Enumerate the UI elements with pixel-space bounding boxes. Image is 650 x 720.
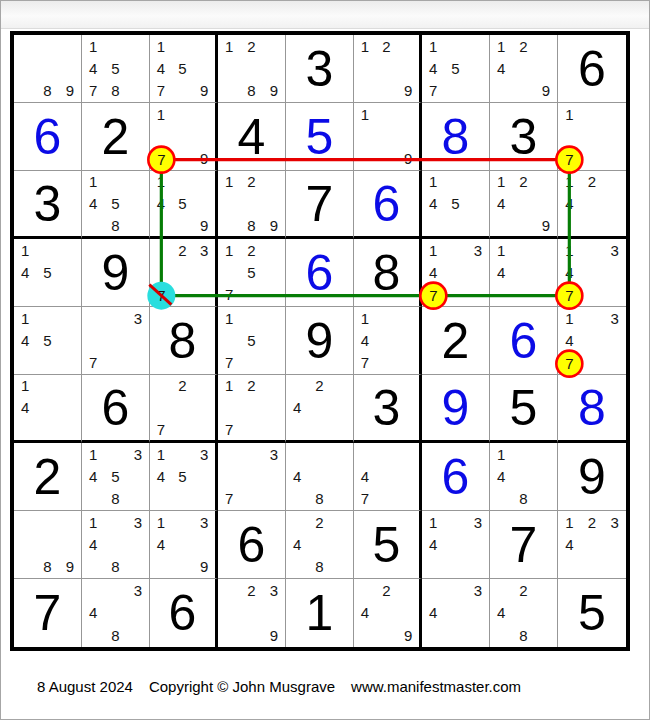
candidate-9: 9	[59, 556, 81, 578]
given-digit: 8	[150, 307, 215, 374]
candidate-4: 4	[422, 57, 444, 79]
candidate-8: 8	[308, 556, 330, 578]
footer-site-url: www.manifestmaster.com	[351, 678, 521, 695]
candidate-1: 1	[558, 171, 581, 193]
candidate-8: 8	[512, 488, 534, 510]
footer-date: 8 August 2024	[37, 678, 133, 695]
candidate-1: 1	[218, 307, 240, 329]
candidates: 237	[150, 239, 215, 306]
candidate-9: 9	[263, 624, 285, 647]
given-digit: 2	[82, 103, 149, 170]
cell-r7c8: 148	[490, 443, 558, 511]
candidate-1: 1	[558, 307, 581, 329]
cell-r9c4: 239	[218, 579, 286, 647]
candidate-4: 4	[14, 261, 36, 283]
candidate-9: 9	[535, 80, 557, 102]
candidates: 48	[286, 443, 353, 510]
candidate-7: 7	[218, 284, 240, 306]
candidate-4: 4	[422, 602, 444, 625]
candidate-3: 3	[127, 511, 149, 533]
cell-r8c9: 1234	[558, 511, 626, 579]
candidate-5: 5	[36, 329, 58, 351]
candidates: 1289	[218, 35, 285, 102]
cell-r3c1: 3	[14, 171, 82, 239]
candidate-8: 8	[36, 80, 58, 102]
candidates: 1347	[422, 239, 489, 306]
candidate-2: 2	[581, 171, 604, 193]
candidates: 1249	[490, 35, 557, 102]
window-titlebar	[1, 1, 649, 29]
candidate-5: 5	[172, 57, 194, 79]
candidate-4: 4	[490, 602, 512, 625]
cell-r8c5: 248	[286, 511, 354, 579]
candidates: 145	[14, 307, 81, 374]
candidate-7: 7	[82, 352, 104, 374]
cell-r9c1: 7	[14, 579, 82, 647]
candidate-4: 4	[490, 57, 512, 79]
cell-r1c4: 1289	[218, 35, 286, 103]
cell-r1c6: 129	[354, 35, 422, 103]
given-digit: 3	[286, 35, 353, 102]
candidates: 249	[354, 579, 419, 647]
candidate-2: 2	[512, 35, 534, 57]
candidate-5: 5	[240, 261, 262, 283]
cell-r8c1: 89	[14, 511, 82, 579]
cell-r6c2: 6	[82, 375, 150, 443]
given-digit: 9	[82, 239, 149, 306]
candidate-4: 4	[150, 193, 172, 215]
cell-r9c3: 6	[150, 579, 218, 647]
cell-r7c9: 9	[558, 443, 626, 511]
given-digit: 9	[558, 443, 626, 510]
candidates: 27	[150, 375, 215, 440]
given-digit: 6	[558, 35, 626, 102]
candidates: 1347	[558, 307, 626, 374]
cell-r7c3: 1345	[150, 443, 218, 511]
candidate-4: 4	[82, 193, 104, 215]
given-digit: 6	[82, 375, 149, 440]
candidates: 348	[82, 579, 149, 647]
candidates: 47	[354, 443, 419, 510]
candidate-4: 4	[558, 329, 581, 351]
cell-r4c3: 237	[150, 239, 218, 307]
cell-r1c5: 3	[286, 35, 354, 103]
cell-r1c2: 14578	[82, 35, 150, 103]
cell-r5c7: 2	[422, 307, 490, 375]
candidate-7: 7	[218, 352, 240, 374]
candidates: 1459	[150, 171, 215, 236]
candidate-1: 1	[14, 375, 36, 397]
candidate-4: 4	[490, 465, 512, 487]
candidates: 148	[490, 443, 557, 510]
candidate-4: 4	[354, 602, 376, 625]
candidate-1: 1	[14, 307, 36, 329]
candidate-4: 4	[354, 329, 376, 351]
given-digit: 7	[14, 579, 81, 647]
candidate-9: 9	[397, 148, 419, 170]
candidate-4: 4	[354, 465, 376, 487]
candidate-4: 4	[82, 465, 104, 487]
candidate-1: 1	[218, 239, 240, 261]
candidate-1: 1	[14, 239, 36, 261]
candidate-2: 2	[308, 375, 330, 397]
candidates: 34	[422, 579, 489, 647]
cell-r4c2: 9	[82, 239, 150, 307]
given-digit: 5	[558, 579, 626, 647]
candidate-5: 5	[444, 57, 466, 79]
candidate-9: 9	[397, 624, 419, 647]
cell-r3c6: 6	[354, 171, 422, 239]
cell-r6c4: 127	[218, 375, 286, 443]
candidates: 124	[558, 171, 626, 236]
candidate-4: 4	[150, 465, 172, 487]
cell-r2c7: 8	[422, 103, 490, 171]
candidates: 37	[82, 307, 149, 374]
cell-r3c5: 7	[286, 171, 354, 239]
cell-r2c3: 179	[150, 103, 218, 171]
page: 8914578145791289312914571249662179451983…	[0, 0, 650, 720]
candidate-1: 1	[558, 511, 581, 533]
candidate-8: 8	[104, 488, 126, 510]
candidate-3: 3	[127, 579, 149, 602]
candidates: 129	[354, 35, 419, 102]
candidates: 248	[490, 579, 557, 647]
given-digit: 6	[218, 511, 285, 578]
candidates: 1349	[150, 511, 215, 578]
candidates: 145	[422, 171, 489, 236]
candidate-4: 4	[14, 329, 36, 351]
candidate-9: 9	[193, 80, 215, 102]
candidate-1: 1	[150, 511, 172, 533]
candidate-5: 5	[36, 261, 58, 283]
candidate-4: 4	[150, 533, 172, 555]
cell-r3c3: 1459	[150, 171, 218, 239]
candidate-1: 1	[150, 103, 172, 125]
cell-r6c1: 14	[14, 375, 82, 443]
candidate-2: 2	[240, 35, 262, 57]
cell-r6c5: 24	[286, 375, 354, 443]
candidate-7: 7	[82, 80, 104, 102]
cell-r1c7: 1457	[422, 35, 490, 103]
cell-r7c1: 2	[14, 443, 82, 511]
candidate-4: 4	[286, 533, 308, 555]
cell-r5c2: 37	[82, 307, 150, 375]
candidates: 1289	[218, 171, 285, 236]
candidate-2: 2	[512, 579, 534, 602]
candidate-3: 3	[263, 579, 285, 602]
cell-r1c9: 6	[558, 35, 626, 103]
cell-r9c8: 248	[490, 579, 558, 647]
cell-r1c1: 89	[14, 35, 82, 103]
candidate-1: 1	[490, 239, 512, 261]
candidate-1: 1	[422, 35, 444, 57]
candidate-1: 1	[422, 239, 444, 261]
candidate-5: 5	[104, 57, 126, 79]
candidate-1: 1	[82, 35, 104, 57]
candidate-7: 7	[558, 284, 581, 306]
candidate-2: 2	[512, 171, 534, 193]
candidate-5: 5	[104, 465, 126, 487]
cell-r5c6: 147	[354, 307, 422, 375]
candidates: 1457	[422, 35, 489, 102]
candidate-7: 7	[354, 488, 376, 510]
cell-r9c2: 348	[82, 579, 150, 647]
cell-r7c5: 48	[286, 443, 354, 511]
candidate-1: 1	[150, 443, 172, 465]
cell-r7c2: 13458	[82, 443, 150, 511]
candidate-4: 4	[82, 57, 104, 79]
cell-r6c7: 9	[422, 375, 490, 443]
candidate-3: 3	[193, 239, 215, 261]
candidates: 17	[558, 103, 626, 170]
candidate-2: 2	[172, 239, 194, 261]
candidate-3: 3	[467, 511, 489, 533]
candidate-1: 1	[82, 171, 104, 193]
candidate-1: 1	[558, 103, 581, 125]
candidate-2: 2	[172, 375, 194, 397]
candidates: 89	[14, 35, 81, 102]
candidate-7: 7	[218, 418, 240, 440]
candidate-3: 3	[193, 511, 215, 533]
candidate-4: 4	[286, 397, 308, 419]
candidate-9: 9	[263, 214, 285, 236]
candidates: 89	[14, 511, 81, 578]
candidate-8: 8	[240, 214, 262, 236]
candidates: 179	[150, 103, 215, 170]
cell-r9c6: 249	[354, 579, 422, 647]
footer: 8 August 2024 Copyright © John Musgrave …	[37, 678, 521, 695]
candidate-7: 7	[354, 352, 376, 374]
candidate-1: 1	[82, 443, 104, 465]
cell-r4c1: 145	[14, 239, 82, 307]
candidate-8: 8	[104, 624, 126, 647]
candidate-4: 4	[558, 261, 581, 283]
candidate-5: 5	[444, 193, 466, 215]
candidate-7: 7	[558, 352, 581, 374]
cell-r9c9: 5	[558, 579, 626, 647]
given-digit: 3	[490, 103, 557, 170]
cell-r4c7: 1347	[422, 239, 490, 307]
cell-r4c9: 1347	[558, 239, 626, 307]
given-digit: 2	[422, 307, 489, 374]
cell-r7c4: 37	[218, 443, 286, 511]
given-digit: 5	[354, 511, 419, 578]
given-digit: 3	[14, 171, 81, 236]
cell-r2c9: 17	[558, 103, 626, 171]
candidates: 157	[218, 307, 285, 374]
footer-copyright: Copyright © John Musgrave	[149, 678, 335, 695]
candidate-3: 3	[603, 511, 626, 533]
sudoku-board: 8914578145791289312914571249662179451983…	[10, 31, 630, 651]
candidate-3: 3	[127, 443, 149, 465]
candidate-4: 4	[82, 533, 104, 555]
candidate-8: 8	[512, 624, 534, 647]
candidate-1: 1	[82, 511, 104, 533]
cell-r8c6: 5	[354, 511, 422, 579]
candidates: 248	[286, 511, 353, 578]
cell-r3c9: 124	[558, 171, 626, 239]
cell-r5c4: 157	[218, 307, 286, 375]
candidate-5: 5	[172, 193, 194, 215]
cell-r3c2: 1458	[82, 171, 150, 239]
candidate-1: 1	[354, 307, 376, 329]
candidate-8: 8	[104, 80, 126, 102]
candidate-9: 9	[59, 80, 81, 102]
cell-r8c7: 134	[422, 511, 490, 579]
candidate-7: 7	[150, 418, 172, 440]
cell-r4c5: 6	[286, 239, 354, 307]
candidate-1: 1	[490, 171, 512, 193]
candidate-4: 4	[490, 193, 512, 215]
candidate-4: 4	[82, 602, 104, 625]
cell-r8c4: 6	[218, 511, 286, 579]
candidate-1: 1	[422, 171, 444, 193]
candidate-7: 7	[150, 148, 172, 170]
cell-r1c3: 14579	[150, 35, 218, 103]
cell-r3c8: 1249	[490, 171, 558, 239]
candidate-2: 2	[376, 579, 398, 602]
candidate-7: 7	[422, 80, 444, 102]
candidates: 14	[490, 239, 557, 306]
candidates: 134	[422, 511, 489, 578]
candidate-2: 2	[308, 511, 330, 533]
candidate-2: 2	[240, 375, 262, 397]
candidate-4: 4	[150, 57, 172, 79]
cell-r8c2: 1348	[82, 511, 150, 579]
candidate-2: 2	[240, 171, 262, 193]
cell-r2c8: 3	[490, 103, 558, 171]
solved-digit: 8	[422, 103, 489, 170]
cell-r5c1: 145	[14, 307, 82, 375]
candidate-7: 7	[150, 80, 172, 102]
candidate-3: 3	[127, 307, 149, 329]
cell-r1c8: 1249	[490, 35, 558, 103]
candidates: 147	[354, 307, 419, 374]
solved-digit: 6	[354, 171, 419, 236]
cell-r5c8: 6	[490, 307, 558, 375]
candidate-8: 8	[104, 214, 126, 236]
candidates: 1348	[82, 511, 149, 578]
cell-r6c9: 8	[558, 375, 626, 443]
given-digit: 7	[490, 511, 557, 578]
candidate-1: 1	[490, 443, 512, 465]
candidate-3: 3	[193, 443, 215, 465]
cell-r8c8: 7	[490, 511, 558, 579]
cell-r2c4: 4	[218, 103, 286, 171]
candidate-4: 4	[422, 261, 444, 283]
candidate-1: 1	[558, 239, 581, 261]
cell-r9c5: 1	[286, 579, 354, 647]
candidate-4: 4	[422, 533, 444, 555]
candidates: 145	[14, 239, 81, 306]
candidate-4: 4	[490, 261, 512, 283]
candidate-8: 8	[36, 556, 58, 578]
solved-digit: 9	[422, 375, 489, 440]
candidate-3: 3	[603, 239, 626, 261]
cell-r5c3: 8	[150, 307, 218, 375]
candidate-5: 5	[172, 465, 194, 487]
candidate-2: 2	[581, 511, 604, 533]
candidate-9: 9	[193, 556, 215, 578]
candidate-3: 3	[263, 443, 285, 465]
candidate-9: 9	[263, 80, 285, 102]
solved-digit: 6	[422, 443, 489, 510]
candidate-9: 9	[193, 214, 215, 236]
cell-r8c3: 1349	[150, 511, 218, 579]
candidates: 1234	[558, 511, 626, 578]
cell-r2c5: 5	[286, 103, 354, 171]
candidates: 19	[354, 103, 419, 170]
candidate-1: 1	[218, 171, 240, 193]
candidate-1: 1	[218, 35, 240, 57]
cell-r4c8: 14	[490, 239, 558, 307]
candidates: 14578	[82, 35, 149, 102]
candidate-1: 1	[490, 35, 512, 57]
candidate-4: 4	[14, 397, 36, 419]
candidate-9: 9	[193, 148, 215, 170]
solved-digit: 6	[286, 239, 353, 306]
candidate-7: 7	[422, 284, 444, 306]
given-digit: 4	[218, 103, 285, 170]
candidates: 1345	[150, 443, 215, 510]
candidate-4: 4	[422, 193, 444, 215]
cell-r4c6: 8	[354, 239, 422, 307]
candidate-2: 2	[376, 35, 398, 57]
candidates: 37	[218, 443, 285, 510]
candidate-1: 1	[218, 375, 240, 397]
candidate-7: 7	[218, 488, 240, 510]
candidates: 1249	[490, 171, 557, 236]
given-digit: 1	[286, 579, 353, 647]
given-digit: 5	[490, 375, 557, 440]
cell-r6c8: 5	[490, 375, 558, 443]
cell-r5c5: 9	[286, 307, 354, 375]
candidates: 24	[286, 375, 353, 440]
candidate-1: 1	[150, 35, 172, 57]
cell-r7c7: 6	[422, 443, 490, 511]
candidates: 1347	[558, 239, 626, 306]
candidate-9: 9	[397, 80, 419, 102]
candidate-1: 1	[354, 35, 376, 57]
candidates: 239	[218, 579, 285, 647]
candidate-4: 4	[286, 465, 308, 487]
given-digit: 8	[354, 239, 419, 306]
candidate-4: 4	[558, 533, 581, 555]
candidate-8: 8	[104, 556, 126, 578]
cell-r2c2: 2	[82, 103, 150, 171]
candidate-7: 7	[150, 284, 172, 306]
given-digit: 2	[14, 443, 81, 510]
candidate-2: 2	[240, 239, 262, 261]
given-digit: 7	[286, 171, 353, 236]
candidates: 1257	[218, 239, 285, 306]
solved-digit: 8	[558, 375, 626, 440]
cell-r7c6: 47	[354, 443, 422, 511]
candidate-3: 3	[467, 579, 489, 602]
candidate-5: 5	[104, 193, 126, 215]
solved-digit: 5	[286, 103, 353, 170]
cell-r2c1: 6	[14, 103, 82, 171]
candidates: 127	[218, 375, 285, 440]
candidate-1: 1	[150, 171, 172, 193]
given-digit: 3	[354, 375, 419, 440]
solved-digit: 6	[14, 103, 81, 170]
cell-r6c3: 27	[150, 375, 218, 443]
candidates: 14579	[150, 35, 215, 102]
cell-r2c6: 19	[354, 103, 422, 171]
candidate-3: 3	[603, 307, 626, 329]
candidate-7: 7	[558, 148, 581, 170]
